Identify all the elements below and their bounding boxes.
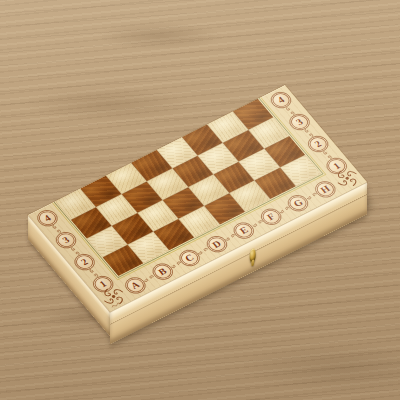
square-f4 [182,124,222,155]
square-c3 [122,182,162,213]
square-d3 [147,169,187,200]
square-e2 [188,175,228,206]
clasp-tongue [251,259,254,266]
square-g4 [207,112,247,143]
square-g2 [239,149,279,180]
brass-clasp-icon [250,247,257,267]
square-c4 [106,163,146,194]
square-c2 [138,200,178,231]
square-e4 [157,137,197,168]
square-f2 [214,162,254,193]
square-e3 [173,156,213,187]
square-b2 [112,213,152,244]
square-b3 [97,195,137,226]
square-d2 [163,188,203,219]
square-f3 [198,143,238,174]
square-b4 [81,176,121,207]
table-surface: 4321 4321 ABCDEFGH [0,0,400,400]
square-d4 [131,150,171,181]
square-g3 [223,130,263,161]
